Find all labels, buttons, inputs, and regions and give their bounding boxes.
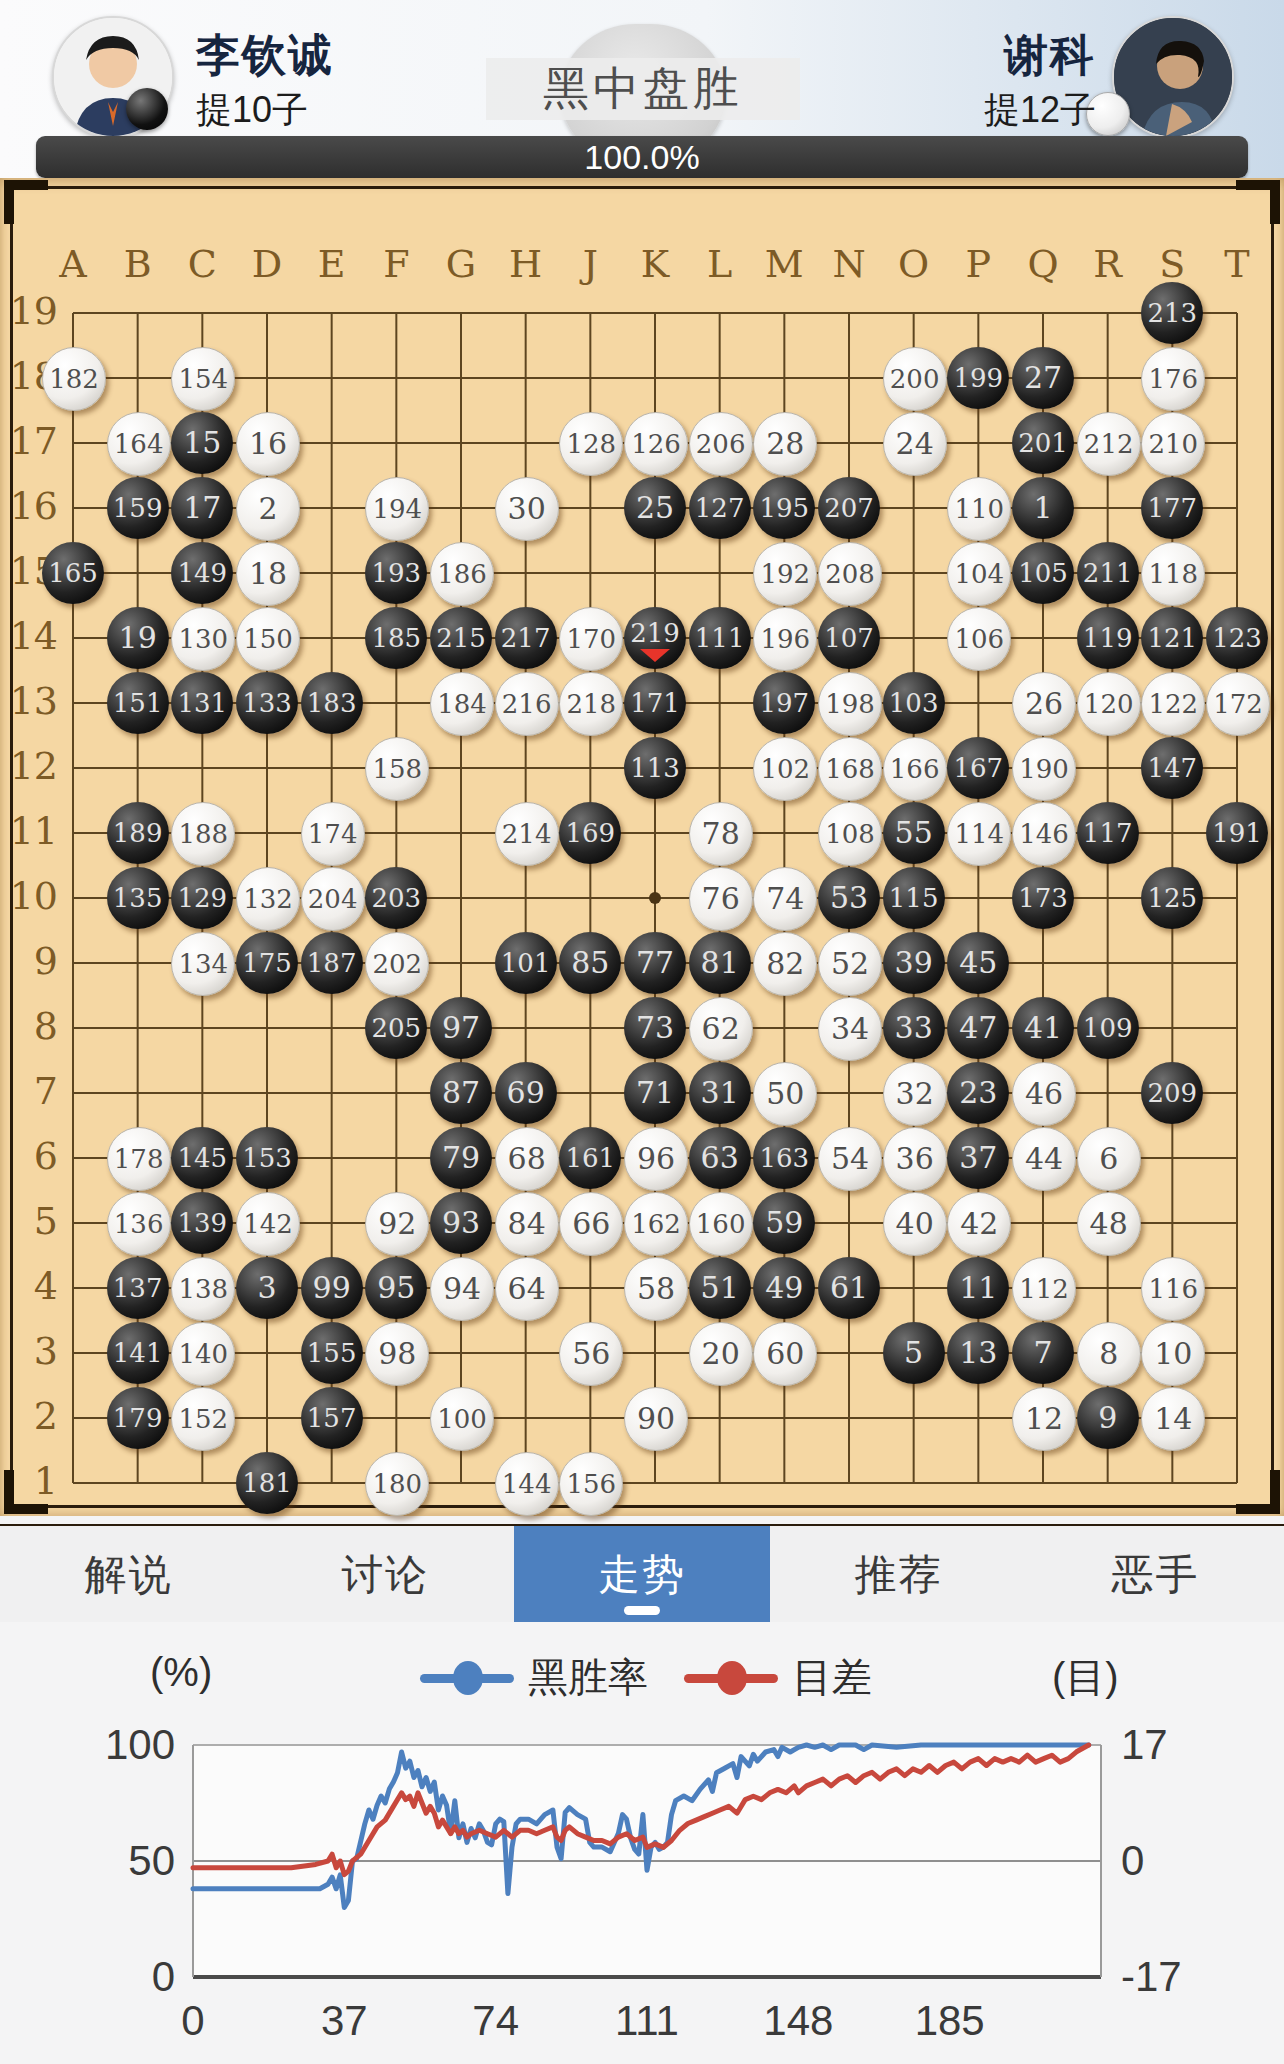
stone-black-P7: 23 bbox=[947, 1062, 1009, 1124]
stone-white-D17: 16 bbox=[236, 412, 300, 476]
stone-black-S19: 213 bbox=[1141, 282, 1203, 344]
stone-white-M10: 74 bbox=[753, 867, 817, 931]
column-label-M: M bbox=[752, 242, 816, 286]
winrate-value: 100.0% bbox=[584, 138, 699, 177]
stone-black-P9: 45 bbox=[947, 932, 1009, 994]
stone-white-D14: 150 bbox=[236, 607, 300, 671]
stone-white-C14: 130 bbox=[171, 607, 235, 671]
svg-text:37: 37 bbox=[321, 1997, 368, 2044]
row-label-13: 13 bbox=[6, 679, 58, 723]
stone-black-M13: 197 bbox=[753, 672, 815, 734]
stone-black-A15: 165 bbox=[42, 542, 104, 604]
stone-white-K2: 90 bbox=[624, 1387, 688, 1451]
stone-black-C17: 15 bbox=[171, 412, 233, 474]
column-label-P: P bbox=[946, 242, 1010, 286]
stone-white-E11: 174 bbox=[301, 802, 365, 866]
stone-black-F4: 95 bbox=[365, 1257, 427, 1319]
stone-black-Q16: 1 bbox=[1012, 477, 1074, 539]
stone-black-D9: 175 bbox=[236, 932, 298, 994]
stone-black-O13: 103 bbox=[883, 672, 945, 734]
stone-white-R6: 6 bbox=[1077, 1127, 1141, 1191]
stone-white-C3: 140 bbox=[171, 1322, 235, 1386]
stone-black-D1: 181 bbox=[236, 1452, 298, 1514]
svg-text:-17: -17 bbox=[1121, 1953, 1182, 2000]
row-label-16: 16 bbox=[6, 484, 58, 528]
stone-black-C5: 139 bbox=[171, 1192, 233, 1254]
stone-white-C11: 188 bbox=[171, 802, 235, 866]
stone-black-M16: 195 bbox=[753, 477, 815, 539]
row-label-2: 2 bbox=[6, 1394, 58, 1438]
stone-black-N10: 53 bbox=[818, 867, 880, 929]
stone-black-L6: 63 bbox=[689, 1127, 751, 1189]
stone-black-G8: 97 bbox=[430, 997, 492, 1059]
stone-black-B2: 179 bbox=[107, 1387, 169, 1449]
legend-score-diff-label: 目差 bbox=[792, 1650, 872, 1705]
stone-black-S7: 209 bbox=[1141, 1062, 1203, 1124]
stone-black-K8: 73 bbox=[624, 997, 686, 1059]
row-label-4: 4 bbox=[6, 1264, 58, 1308]
row-label-14: 14 bbox=[6, 614, 58, 658]
stone-white-Q6: 44 bbox=[1012, 1127, 1076, 1191]
stone-white-B6: 178 bbox=[107, 1127, 171, 1191]
active-tab-indicator bbox=[624, 1606, 660, 1615]
stone-white-N8: 34 bbox=[818, 997, 882, 1061]
stone-white-P14: 106 bbox=[947, 607, 1011, 671]
stone-black-C15: 149 bbox=[171, 542, 233, 604]
stone-white-K4: 58 bbox=[624, 1257, 688, 1321]
stone-white-D5: 142 bbox=[236, 1192, 300, 1256]
stone-white-L8: 62 bbox=[689, 997, 753, 1061]
svg-text:0: 0 bbox=[181, 1997, 204, 2044]
stone-white-T13: 172 bbox=[1206, 672, 1270, 736]
stone-black-Q15: 105 bbox=[1012, 542, 1074, 604]
stone-black-B4: 137 bbox=[107, 1257, 169, 1319]
stone-black-Q3: 7 bbox=[1012, 1322, 1074, 1384]
stone-black-Q17: 201 bbox=[1012, 412, 1074, 474]
trend-panel: (%) 黑胜率 目差 (目) 100500170-170377411114818… bbox=[0, 1622, 1284, 2064]
stone-white-J14: 170 bbox=[559, 607, 623, 671]
stone-black-L16: 127 bbox=[689, 477, 751, 539]
stone-white-H4: 64 bbox=[495, 1257, 559, 1321]
column-label-K: K bbox=[623, 242, 687, 286]
stone-black-C6: 145 bbox=[171, 1127, 233, 1189]
right-player-captures: 提12子 bbox=[984, 86, 1096, 135]
stone-white-G4: 94 bbox=[430, 1257, 494, 1321]
column-label-R: R bbox=[1076, 242, 1140, 286]
stone-black-D6: 153 bbox=[236, 1127, 298, 1189]
stone-white-Q12: 190 bbox=[1012, 737, 1076, 801]
column-label-F: F bbox=[364, 242, 428, 286]
stone-white-J3: 56 bbox=[559, 1322, 623, 1386]
stone-black-E9: 187 bbox=[301, 932, 363, 994]
stone-white-M15: 192 bbox=[753, 542, 817, 606]
stone-black-E2: 157 bbox=[301, 1387, 363, 1449]
stone-black-K12: 113 bbox=[624, 737, 686, 799]
stone-black-P18: 199 bbox=[947, 347, 1009, 409]
stone-black-S14: 121 bbox=[1141, 607, 1203, 669]
svg-text:0: 0 bbox=[1121, 1837, 1144, 1884]
stone-black-N4: 61 bbox=[818, 1257, 880, 1319]
row-label-6: 6 bbox=[6, 1134, 58, 1178]
stone-white-K5: 162 bbox=[624, 1192, 688, 1256]
stone-black-O9: 39 bbox=[883, 932, 945, 994]
stone-white-O7: 32 bbox=[883, 1062, 947, 1126]
row-label-7: 7 bbox=[6, 1069, 58, 1113]
stone-white-H5: 84 bbox=[495, 1192, 559, 1256]
stone-black-J9: 85 bbox=[559, 932, 621, 994]
stone-white-F9: 202 bbox=[365, 932, 429, 996]
stone-white-F3: 98 bbox=[365, 1322, 429, 1386]
stone-black-R15: 211 bbox=[1077, 542, 1139, 604]
tab-3-active[interactable]: 走势 bbox=[514, 1526, 771, 1624]
stone-white-H13: 216 bbox=[495, 672, 559, 736]
stone-black-J6: 161 bbox=[559, 1127, 621, 1189]
legend-black-winrate-label: 黑胜率 bbox=[528, 1650, 648, 1705]
stone-black-O3: 5 bbox=[883, 1322, 945, 1384]
stone-black-D13: 133 bbox=[236, 672, 298, 734]
stone-black-L9: 81 bbox=[689, 932, 751, 994]
stone-white-Q7: 46 bbox=[1012, 1062, 1076, 1126]
stone-black-R14: 119 bbox=[1077, 607, 1139, 669]
right-player-avatar bbox=[1112, 16, 1234, 138]
stone-white-J5: 66 bbox=[559, 1192, 623, 1256]
stone-black-R2: 9 bbox=[1077, 1387, 1139, 1449]
stone-white-H16: 30 bbox=[495, 477, 559, 541]
winrate-bar: 100.0% bbox=[36, 136, 1248, 178]
stone-white-L5: 160 bbox=[689, 1192, 753, 1256]
stone-white-Q2: 12 bbox=[1012, 1387, 1076, 1451]
stone-black-K16: 25 bbox=[624, 477, 686, 539]
stone-white-S17: 210 bbox=[1141, 412, 1205, 476]
stone-white-F12: 158 bbox=[365, 737, 429, 801]
stone-black-K7: 71 bbox=[624, 1062, 686, 1124]
svg-text:74: 74 bbox=[472, 1997, 519, 2044]
stone-white-G2: 100 bbox=[430, 1387, 494, 1451]
result-band: 黑中盘胜 bbox=[486, 58, 800, 120]
stone-black-B16: 159 bbox=[107, 477, 169, 539]
row-label-3: 3 bbox=[6, 1329, 58, 1373]
stone-black-M6: 163 bbox=[753, 1127, 815, 1189]
stone-black-J11: 169 bbox=[559, 802, 621, 864]
stone-black-N14: 107 bbox=[818, 607, 880, 669]
stone-white-F1: 180 bbox=[365, 1452, 429, 1516]
red-line-dot-icon bbox=[684, 1658, 778, 1698]
stone-white-O17: 24 bbox=[883, 412, 947, 476]
row-label-12: 12 bbox=[6, 744, 58, 788]
result-text: 黑中盘胜 bbox=[543, 58, 743, 120]
stone-black-S16: 177 bbox=[1141, 477, 1203, 539]
svg-text:185: 185 bbox=[915, 1997, 985, 2044]
stone-black-C13: 131 bbox=[171, 672, 233, 734]
stone-white-P5: 42 bbox=[947, 1192, 1011, 1256]
stone-black-F8: 205 bbox=[365, 997, 427, 1059]
row-label-5: 5 bbox=[6, 1199, 58, 1243]
stone-white-R13: 120 bbox=[1077, 672, 1141, 736]
stone-black-P6: 37 bbox=[947, 1127, 1009, 1189]
left-player-captures: 提10子 bbox=[196, 86, 308, 135]
svg-text:148: 148 bbox=[763, 1997, 833, 2044]
stone-white-C18: 154 bbox=[171, 347, 235, 411]
stone-black-N16: 207 bbox=[818, 477, 880, 539]
stone-white-P16: 110 bbox=[947, 477, 1011, 541]
legend-score-diff: 目差 bbox=[684, 1650, 872, 1705]
stone-white-J1: 156 bbox=[559, 1452, 623, 1516]
stone-white-Q4: 112 bbox=[1012, 1257, 1076, 1321]
stone-black-M5: 59 bbox=[753, 1192, 815, 1254]
stone-black-H7: 69 bbox=[495, 1062, 557, 1124]
stone-white-N15: 208 bbox=[818, 542, 882, 606]
stone-white-R17: 212 bbox=[1077, 412, 1141, 476]
stone-white-B5: 136 bbox=[107, 1192, 171, 1256]
stone-black-G14: 215 bbox=[430, 607, 492, 669]
stone-black-G5: 93 bbox=[430, 1192, 492, 1254]
stone-black-P3: 13 bbox=[947, 1322, 1009, 1384]
stone-black-G6: 79 bbox=[430, 1127, 492, 1189]
tab-2[interactable]: 讨论 bbox=[257, 1526, 514, 1624]
stone-black-O10: 115 bbox=[883, 867, 945, 929]
stone-white-K17: 126 bbox=[624, 412, 688, 476]
last-move-marker bbox=[640, 649, 670, 662]
svg-text:111: 111 bbox=[615, 1997, 679, 2044]
legend-black-winrate: 黑胜率 bbox=[420, 1650, 648, 1705]
go-review-app: 李钦诚 提10子 黑中盘胜 谢科 提12子 100.0% A bbox=[0, 0, 1284, 2064]
stone-white-J13: 218 bbox=[559, 672, 623, 736]
column-label-T: T bbox=[1205, 242, 1269, 286]
left-axis-unit: (%) bbox=[150, 1650, 212, 1695]
stone-white-O18: 200 bbox=[883, 347, 947, 411]
stone-black-S10: 125 bbox=[1141, 867, 1203, 929]
stone-black-B14: 19 bbox=[107, 607, 169, 669]
stone-white-S13: 122 bbox=[1141, 672, 1205, 736]
stone-white-Q13: 26 bbox=[1012, 672, 1076, 736]
stone-white-M3: 60 bbox=[753, 1322, 817, 1386]
stone-white-Q11: 146 bbox=[1012, 802, 1076, 866]
stone-black-F10: 203 bbox=[365, 867, 427, 929]
stone-white-G13: 184 bbox=[430, 672, 494, 736]
stone-black-K14: 219 bbox=[624, 607, 686, 669]
stone-white-R5: 48 bbox=[1077, 1192, 1141, 1256]
stone-white-M14: 196 bbox=[753, 607, 817, 671]
stone-white-L10: 76 bbox=[689, 867, 753, 931]
row-label-19: 19 bbox=[6, 289, 58, 333]
stone-white-L11: 78 bbox=[689, 802, 753, 866]
stone-white-N11: 108 bbox=[818, 802, 882, 866]
stone-black-P8: 47 bbox=[947, 997, 1009, 1059]
row-label-8: 8 bbox=[6, 1004, 58, 1048]
stone-black-Q8: 41 bbox=[1012, 997, 1074, 1059]
stone-white-K6: 96 bbox=[624, 1127, 688, 1191]
blue-line-dot-icon bbox=[420, 1658, 514, 1698]
stone-white-N6: 54 bbox=[818, 1127, 882, 1191]
stone-black-F14: 185 bbox=[365, 607, 427, 669]
stone-white-S4: 116 bbox=[1141, 1257, 1205, 1321]
stone-black-B13: 151 bbox=[107, 672, 169, 734]
svg-text:0: 0 bbox=[152, 1953, 175, 2000]
left-player-name: 李钦诚 bbox=[196, 26, 334, 85]
stone-black-G7: 87 bbox=[430, 1062, 492, 1124]
tab-bar: 解说讨论走势推荐恶手 bbox=[0, 1524, 1284, 1624]
svg-text:50: 50 bbox=[128, 1837, 175, 1884]
column-label-A: A bbox=[41, 242, 105, 286]
stone-black-B11: 189 bbox=[107, 802, 169, 864]
stone-black-E3: 155 bbox=[301, 1322, 363, 1384]
stone-black-T14: 123 bbox=[1206, 607, 1268, 669]
stone-black-K13: 171 bbox=[624, 672, 686, 734]
svg-text:17: 17 bbox=[1121, 1721, 1168, 1768]
stone-white-B17: 164 bbox=[107, 412, 171, 476]
tab-4[interactable]: 推荐 bbox=[770, 1526, 1027, 1624]
column-label-N: N bbox=[817, 242, 881, 286]
stone-black-P4: 11 bbox=[947, 1257, 1009, 1319]
stone-white-C4: 138 bbox=[171, 1257, 235, 1321]
stone-white-F16: 194 bbox=[365, 477, 429, 541]
column-label-L: L bbox=[688, 242, 752, 286]
column-label-J: J bbox=[558, 242, 622, 286]
stone-black-B3: 141 bbox=[107, 1322, 169, 1384]
stone-black-P12: 167 bbox=[947, 737, 1009, 799]
stone-black-F15: 193 bbox=[365, 542, 427, 604]
stone-white-H1: 144 bbox=[495, 1452, 559, 1516]
stone-white-H11: 214 bbox=[495, 802, 559, 866]
stone-white-N9: 52 bbox=[818, 932, 882, 996]
stone-white-S15: 118 bbox=[1141, 542, 1205, 606]
stone-black-T11: 191 bbox=[1206, 802, 1268, 864]
left-player-color-stone-black bbox=[126, 88, 168, 130]
stone-white-C9: 134 bbox=[171, 932, 235, 996]
stone-black-O8: 33 bbox=[883, 997, 945, 1059]
column-label-D: D bbox=[235, 242, 299, 286]
stone-black-C10: 129 bbox=[171, 867, 233, 929]
stone-black-M4: 49 bbox=[753, 1257, 815, 1319]
column-label-O: O bbox=[882, 242, 946, 286]
stone-white-O6: 36 bbox=[883, 1127, 947, 1191]
right-player-name: 谢科 bbox=[1004, 26, 1096, 85]
stone-white-D15: 18 bbox=[236, 542, 300, 606]
row-label-11: 11 bbox=[6, 809, 58, 853]
stone-white-M7: 50 bbox=[753, 1062, 817, 1126]
stone-white-J17: 128 bbox=[559, 412, 623, 476]
column-label-C: C bbox=[170, 242, 234, 286]
column-label-G: G bbox=[429, 242, 493, 286]
stone-white-C2: 152 bbox=[171, 1387, 235, 1451]
stone-white-G15: 186 bbox=[430, 542, 494, 606]
stone-black-Q10: 173 bbox=[1012, 867, 1074, 929]
stone-white-N12: 168 bbox=[818, 737, 882, 801]
stone-black-Q18: 27 bbox=[1012, 347, 1074, 409]
stone-white-M17: 28 bbox=[753, 412, 817, 476]
row-label-17: 17 bbox=[6, 419, 58, 463]
stone-white-D16: 2 bbox=[236, 477, 300, 541]
stone-white-L3: 20 bbox=[689, 1322, 753, 1386]
stone-black-H9: 101 bbox=[495, 932, 557, 994]
stone-white-N13: 198 bbox=[818, 672, 882, 736]
tab-5[interactable]: 恶手 bbox=[1027, 1526, 1284, 1624]
row-label-1: 1 bbox=[6, 1459, 58, 1503]
stone-black-L4: 51 bbox=[689, 1257, 751, 1319]
stone-black-E13: 183 bbox=[301, 672, 363, 734]
right-player-photo bbox=[1114, 18, 1232, 136]
stone-white-P15: 104 bbox=[947, 542, 1011, 606]
stone-black-D4: 3 bbox=[236, 1257, 298, 1319]
stone-white-A18: 182 bbox=[42, 347, 106, 411]
tab-1[interactable]: 解说 bbox=[0, 1526, 257, 1624]
stone-black-L14: 111 bbox=[689, 607, 751, 669]
column-label-H: H bbox=[494, 242, 558, 286]
stone-black-O11: 55 bbox=[883, 802, 945, 864]
stone-white-M9: 82 bbox=[753, 932, 817, 996]
stone-black-B10: 135 bbox=[107, 867, 169, 929]
stone-white-F5: 92 bbox=[365, 1192, 429, 1256]
stone-white-E10: 204 bbox=[301, 867, 365, 931]
stone-black-E4: 99 bbox=[301, 1257, 363, 1319]
column-label-Q: Q bbox=[1011, 242, 1075, 286]
stone-black-S12: 147 bbox=[1141, 737, 1203, 799]
row-label-9: 9 bbox=[6, 939, 58, 983]
stone-white-H6: 68 bbox=[495, 1127, 559, 1191]
stone-white-O5: 40 bbox=[883, 1192, 947, 1256]
stone-white-M12: 102 bbox=[753, 737, 817, 801]
svg-text:100: 100 bbox=[105, 1721, 175, 1768]
stone-black-H14: 217 bbox=[495, 607, 557, 669]
stone-white-R3: 8 bbox=[1077, 1322, 1141, 1386]
stone-white-L17: 206 bbox=[689, 412, 753, 476]
stone-black-R11: 117 bbox=[1077, 802, 1139, 864]
column-label-E: E bbox=[300, 242, 364, 286]
column-label-B: B bbox=[106, 242, 170, 286]
go-board[interactable]: ABCDEFGHJKLMNOPQRST191817161514131211109… bbox=[0, 178, 1284, 1516]
winrate-chart: 100500170-1703774111148185 bbox=[0, 1700, 1284, 2064]
stone-black-L7: 31 bbox=[689, 1062, 751, 1124]
column-label-S: S bbox=[1140, 242, 1204, 286]
stone-white-D10: 132 bbox=[236, 867, 300, 931]
row-label-10: 10 bbox=[6, 874, 58, 918]
stone-white-S2: 14 bbox=[1141, 1387, 1205, 1451]
stone-white-S18: 176 bbox=[1141, 347, 1205, 411]
stone-white-P11: 114 bbox=[947, 802, 1011, 866]
stone-black-C16: 17 bbox=[171, 477, 233, 539]
stone-black-R8: 109 bbox=[1077, 997, 1139, 1059]
stone-white-S3: 10 bbox=[1141, 1322, 1205, 1386]
stone-black-K9: 77 bbox=[624, 932, 686, 994]
right-axis-unit: (目) bbox=[1052, 1650, 1119, 1705]
stone-white-O12: 166 bbox=[883, 737, 947, 801]
